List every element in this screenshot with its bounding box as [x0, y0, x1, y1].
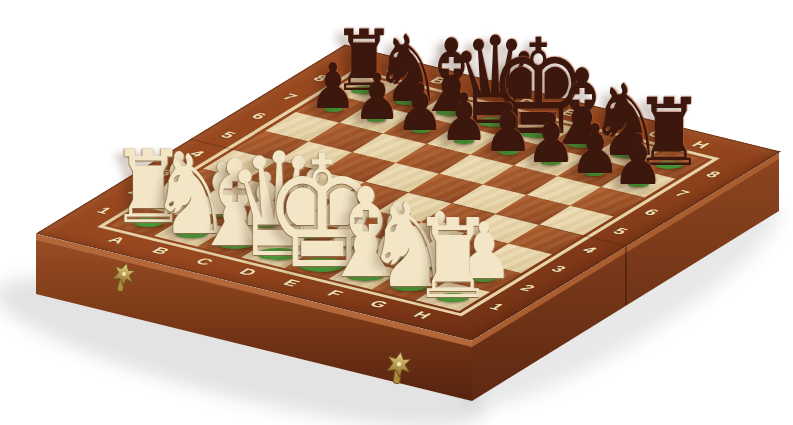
- rank-label-right-4: 4: [578, 245, 601, 256]
- rank-label-left-7: 7: [278, 92, 301, 103]
- rank-label-right-5: 5: [609, 226, 632, 237]
- pawn-icon: ♟: [396, 76, 445, 141]
- rank-label-right-3: 3: [547, 264, 570, 275]
- pawn-icon: ♟: [439, 85, 488, 151]
- rank-label-right-8: 8: [701, 169, 724, 180]
- rank-label-right-2: 2: [516, 283, 539, 294]
- rank-label-right-7: 7: [670, 188, 693, 199]
- chess-set-photo: AABBCCDDEEFFGGHH1122334455667788 ♜♞♝♛♚♝♞…: [0, 0, 793, 425]
- rank-label-right-6: 6: [640, 207, 663, 218]
- rook-icon: ♜: [412, 205, 495, 315]
- pawn-icon: ♟: [309, 56, 356, 119]
- pawn-icon: ♟: [353, 66, 401, 130]
- rank-label-left-6: 6: [247, 111, 270, 122]
- pawn-icon: ♟: [612, 125, 664, 195]
